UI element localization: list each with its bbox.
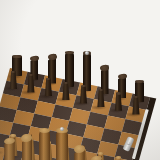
piece-body [96, 89, 106, 107]
king-metal-pin-icon [85, 51, 89, 55]
piece-body [8, 71, 18, 89]
piece-white-knight [92, 155, 103, 160]
piece-top-face [116, 92, 120, 94]
piece-white-king [56, 130, 68, 160]
piece-body [39, 130, 51, 160]
piece-white-knight [4, 137, 15, 160]
piece-top-face [99, 89, 103, 91]
piece-top-face [12, 55, 21, 58]
piece-white-bishop [22, 133, 33, 160]
piece-white-bishop [74, 144, 85, 160]
piece-top-face [91, 155, 103, 160]
piece-body [78, 85, 88, 103]
piece-black-pawn [131, 96, 141, 114]
piece-black-pawn [8, 71, 18, 89]
piece-body [61, 82, 71, 100]
piece-body [113, 92, 123, 110]
piece-black-pawn [26, 74, 36, 92]
piece-white-pawn [112, 156, 124, 160]
piece-top-face [116, 156, 121, 159]
piece-black-pawn [96, 89, 106, 107]
piece-black-pawn [78, 85, 88, 103]
piece-black-pawn [43, 78, 53, 96]
piece-body [56, 130, 68, 160]
piece-body [131, 96, 141, 114]
piece-white-pawn [0, 130, 2, 152]
piece-black-pawn [61, 82, 71, 100]
piece-body [26, 74, 36, 92]
pieces-layer [0, 0, 160, 160]
piece-top-face [64, 82, 68, 84]
piece-body [43, 78, 53, 96]
piece-body [0, 130, 2, 152]
chess-set-photo [0, 0, 160, 160]
piece-white-queen [39, 130, 51, 160]
piece-black-pawn [113, 92, 123, 110]
clasp-screw-icon [127, 142, 131, 146]
